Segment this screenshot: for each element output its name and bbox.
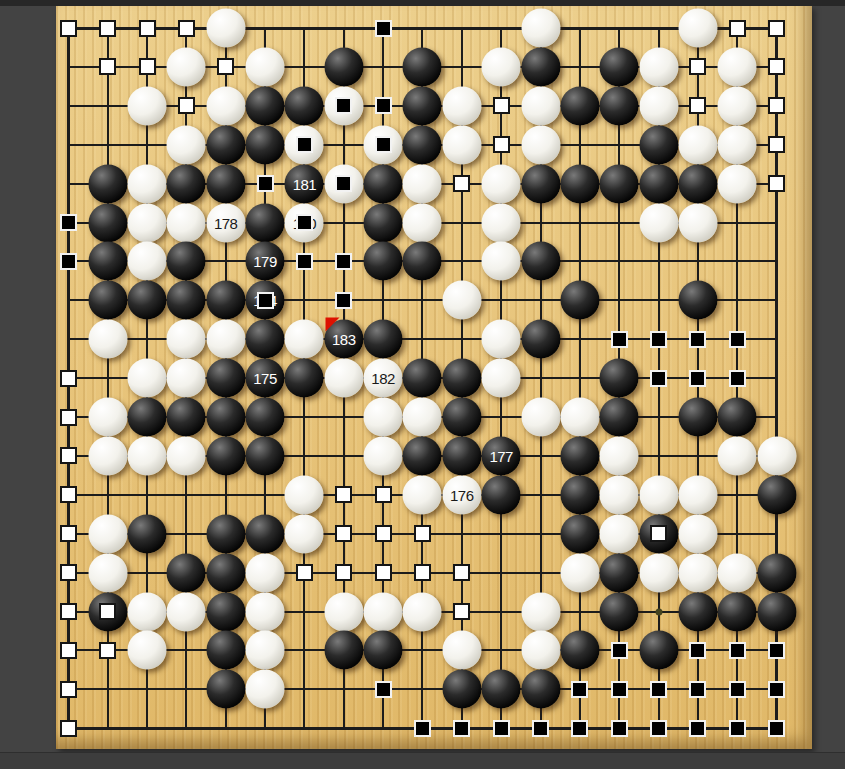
intersection-5-15[interactable] — [246, 592, 285, 631]
intersection-18-12[interactable] — [757, 475, 796, 514]
intersection-16-11[interactable] — [678, 436, 717, 475]
intersection-1-4[interactable] — [88, 164, 127, 203]
intersection-0-10[interactable] — [49, 398, 88, 437]
intersection-12-13[interactable] — [521, 514, 560, 553]
intersection-4-5[interactable]: 178 — [206, 203, 245, 242]
intersection-11-0[interactable] — [482, 9, 521, 48]
intersection-9-14[interactable] — [403, 553, 442, 592]
intersection-12-8[interactable] — [521, 320, 560, 359]
intersection-3-5[interactable] — [167, 203, 206, 242]
intersection-18-3[interactable] — [757, 125, 796, 164]
intersection-9-5[interactable] — [403, 203, 442, 242]
intersection-16-1[interactable] — [678, 47, 717, 86]
intersection-5-7[interactable]: 174 — [246, 281, 285, 320]
intersection-7-4[interactable] — [324, 164, 363, 203]
intersection-7-0[interactable] — [324, 9, 363, 48]
intersection-10-10[interactable] — [442, 398, 481, 437]
intersection-7-14[interactable] — [324, 553, 363, 592]
intersection-2-17[interactable] — [128, 670, 167, 709]
intersection-7-8[interactable]: 183 — [324, 320, 363, 359]
intersection-17-4[interactable] — [718, 164, 757, 203]
intersection-14-4[interactable] — [600, 164, 639, 203]
intersection-4-2[interactable] — [206, 86, 245, 125]
intersection-11-9[interactable] — [482, 359, 521, 398]
intersection-13-15[interactable] — [560, 592, 599, 631]
intersection-13-4[interactable] — [560, 164, 599, 203]
intersection-1-12[interactable] — [88, 475, 127, 514]
intersection-6-18[interactable] — [285, 709, 324, 748]
intersection-4-10[interactable] — [206, 398, 245, 437]
intersection-15-11[interactable] — [639, 436, 678, 475]
intersection-11-4[interactable] — [482, 164, 521, 203]
intersection-16-14[interactable] — [678, 553, 717, 592]
intersection-16-17[interactable] — [678, 670, 717, 709]
intersection-14-13[interactable] — [600, 514, 639, 553]
intersection-14-6[interactable] — [600, 242, 639, 281]
intersection-6-4[interactable]: 181 — [285, 164, 324, 203]
intersection-0-1[interactable] — [49, 47, 88, 86]
intersection-13-6[interactable] — [560, 242, 599, 281]
intersection-16-0[interactable] — [678, 9, 717, 48]
intersection-4-8[interactable] — [206, 320, 245, 359]
intersection-7-12[interactable] — [324, 475, 363, 514]
intersection-0-13[interactable] — [49, 514, 88, 553]
intersection-14-2[interactable] — [600, 86, 639, 125]
intersection-9-17[interactable] — [403, 670, 442, 709]
intersection-0-0[interactable] — [49, 9, 88, 48]
intersection-10-2[interactable] — [442, 86, 481, 125]
intersection-7-15[interactable] — [324, 592, 363, 631]
intersection-3-13[interactable] — [167, 514, 206, 553]
intersection-7-11[interactable] — [324, 436, 363, 475]
intersection-16-15[interactable] — [678, 592, 717, 631]
intersection-11-11[interactable]: 177 — [482, 436, 521, 475]
intersection-2-4[interactable] — [128, 164, 167, 203]
intersection-18-14[interactable] — [757, 553, 796, 592]
intersection-1-11[interactable] — [88, 436, 127, 475]
intersection-5-13[interactable] — [246, 514, 285, 553]
intersection-18-7[interactable] — [757, 281, 796, 320]
intersection-11-2[interactable] — [482, 86, 521, 125]
intersection-9-1[interactable] — [403, 47, 442, 86]
intersection-9-3[interactable] — [403, 125, 442, 164]
intersection-6-10[interactable] — [285, 398, 324, 437]
intersection-12-9[interactable] — [521, 359, 560, 398]
intersection-2-3[interactable] — [128, 125, 167, 164]
intersection-9-7[interactable] — [403, 281, 442, 320]
intersection-18-13[interactable] — [757, 514, 796, 553]
intersection-18-18[interactable] — [757, 709, 796, 748]
intersection-14-7[interactable] — [600, 281, 639, 320]
intersection-10-14[interactable] — [442, 553, 481, 592]
intersection-3-14[interactable] — [167, 553, 206, 592]
intersection-16-10[interactable] — [678, 398, 717, 437]
intersection-1-17[interactable] — [88, 670, 127, 709]
intersection-8-0[interactable] — [364, 9, 403, 48]
intersection-2-16[interactable] — [128, 631, 167, 670]
intersection-10-11[interactable] — [442, 436, 481, 475]
intersection-3-11[interactable] — [167, 436, 206, 475]
intersection-2-1[interactable] — [128, 47, 167, 86]
intersection-5-6[interactable]: 179 — [246, 242, 285, 281]
intersection-3-6[interactable] — [167, 242, 206, 281]
intersection-2-12[interactable] — [128, 475, 167, 514]
intersection-12-0[interactable] — [521, 9, 560, 48]
intersection-3-12[interactable] — [167, 475, 206, 514]
intersection-9-0[interactable] — [403, 9, 442, 48]
intersection-7-3[interactable] — [324, 125, 363, 164]
intersection-16-4[interactable] — [678, 164, 717, 203]
intersection-10-0[interactable] — [442, 9, 481, 48]
intersection-15-12[interactable] — [639, 475, 678, 514]
intersection-12-6[interactable] — [521, 242, 560, 281]
intersection-7-7[interactable] — [324, 281, 363, 320]
intersection-7-10[interactable] — [324, 398, 363, 437]
intersection-0-8[interactable] — [49, 320, 88, 359]
intersection-5-0[interactable] — [246, 9, 285, 48]
intersection-14-5[interactable] — [600, 203, 639, 242]
intersection-17-18[interactable] — [718, 709, 757, 748]
intersection-11-16[interactable] — [482, 631, 521, 670]
intersection-13-14[interactable] — [560, 553, 599, 592]
intersection-2-10[interactable] — [128, 398, 167, 437]
intersection-5-18[interactable] — [246, 709, 285, 748]
intersection-13-0[interactable] — [560, 9, 599, 48]
intersection-15-9[interactable] — [639, 359, 678, 398]
intersection-7-6[interactable] — [324, 242, 363, 281]
intersection-9-4[interactable] — [403, 164, 442, 203]
intersection-3-15[interactable] — [167, 592, 206, 631]
intersection-10-17[interactable] — [442, 670, 481, 709]
intersection-15-8[interactable] — [639, 320, 678, 359]
intersection-8-12[interactable] — [364, 475, 403, 514]
intersection-9-16[interactable] — [403, 631, 442, 670]
intersection-4-15[interactable] — [206, 592, 245, 631]
intersection-12-4[interactable] — [521, 164, 560, 203]
intersection-1-0[interactable] — [88, 9, 127, 48]
intersection-17-9[interactable] — [718, 359, 757, 398]
intersection-13-16[interactable] — [560, 631, 599, 670]
intersection-16-16[interactable] — [678, 631, 717, 670]
intersection-8-1[interactable] — [364, 47, 403, 86]
intersection-14-18[interactable] — [600, 709, 639, 748]
intersection-4-18[interactable] — [206, 709, 245, 748]
intersection-13-13[interactable] — [560, 514, 599, 553]
intersection-4-17[interactable] — [206, 670, 245, 709]
intersection-13-18[interactable] — [560, 709, 599, 748]
intersection-2-14[interactable] — [128, 553, 167, 592]
intersection-10-7[interactable] — [442, 281, 481, 320]
intersection-6-8[interactable] — [285, 320, 324, 359]
intersection-5-16[interactable] — [246, 631, 285, 670]
intersection-8-10[interactable] — [364, 398, 403, 437]
intersection-13-17[interactable] — [560, 670, 599, 709]
intersection-5-11[interactable] — [246, 436, 285, 475]
intersection-2-15[interactable] — [128, 592, 167, 631]
intersection-2-9[interactable] — [128, 359, 167, 398]
intersection-7-13[interactable] — [324, 514, 363, 553]
intersection-6-1[interactable] — [285, 47, 324, 86]
intersection-15-7[interactable] — [639, 281, 678, 320]
intersection-5-12[interactable] — [246, 475, 285, 514]
intersection-17-10[interactable] — [718, 398, 757, 437]
intersection-12-12[interactable] — [521, 475, 560, 514]
intersection-8-4[interactable] — [364, 164, 403, 203]
intersection-16-9[interactable] — [678, 359, 717, 398]
intersection-1-3[interactable] — [88, 125, 127, 164]
intersection-7-2[interactable] — [324, 86, 363, 125]
intersection-4-3[interactable] — [206, 125, 245, 164]
intersection-10-8[interactable] — [442, 320, 481, 359]
intersection-5-9[interactable]: 175 — [246, 359, 285, 398]
intersection-1-13[interactable] — [88, 514, 127, 553]
intersection-6-2[interactable] — [285, 86, 324, 125]
intersection-14-0[interactable] — [600, 9, 639, 48]
intersection-16-18[interactable] — [678, 709, 717, 748]
intersection-1-2[interactable] — [88, 86, 127, 125]
intersection-4-9[interactable] — [206, 359, 245, 398]
intersection-10-15[interactable] — [442, 592, 481, 631]
intersection-0-3[interactable] — [49, 125, 88, 164]
intersection-3-17[interactable] — [167, 670, 206, 709]
intersection-0-6[interactable] — [49, 242, 88, 281]
intersection-8-11[interactable] — [364, 436, 403, 475]
intersection-13-12[interactable] — [560, 475, 599, 514]
intersection-8-6[interactable] — [364, 242, 403, 281]
intersection-13-10[interactable] — [560, 398, 599, 437]
intersection-0-5[interactable] — [49, 203, 88, 242]
intersection-8-14[interactable] — [364, 553, 403, 592]
intersection-15-17[interactable] — [639, 670, 678, 709]
intersection-16-8[interactable] — [678, 320, 717, 359]
intersection-12-16[interactable] — [521, 631, 560, 670]
intersection-10-18[interactable] — [442, 709, 481, 748]
intersection-2-18[interactable] — [128, 709, 167, 748]
intersection-17-3[interactable] — [718, 125, 757, 164]
intersection-2-7[interactable] — [128, 281, 167, 320]
intersection-15-3[interactable] — [639, 125, 678, 164]
intersection-6-16[interactable] — [285, 631, 324, 670]
intersection-3-9[interactable] — [167, 359, 206, 398]
intersection-13-9[interactable] — [560, 359, 599, 398]
intersection-9-2[interactable] — [403, 86, 442, 125]
intersection-17-11[interactable] — [718, 436, 757, 475]
go-board[interactable]: 181178180179174183175182177176 — [56, 5, 812, 749]
intersection-16-6[interactable] — [678, 242, 717, 281]
intersection-6-11[interactable] — [285, 436, 324, 475]
intersection-12-15[interactable] — [521, 592, 560, 631]
intersection-11-15[interactable] — [482, 592, 521, 631]
intersection-7-18[interactable] — [324, 709, 363, 748]
intersection-1-7[interactable] — [88, 281, 127, 320]
intersection-14-1[interactable] — [600, 47, 639, 86]
intersection-5-10[interactable] — [246, 398, 285, 437]
intersection-1-14[interactable] — [88, 553, 127, 592]
intersection-9-8[interactable] — [403, 320, 442, 359]
intersection-9-15[interactable] — [403, 592, 442, 631]
intersection-13-11[interactable] — [560, 436, 599, 475]
intersection-3-8[interactable] — [167, 320, 206, 359]
intersection-17-15[interactable] — [718, 592, 757, 631]
intersection-18-15[interactable] — [757, 592, 796, 631]
intersection-14-16[interactable] — [600, 631, 639, 670]
intersection-15-18[interactable] — [639, 709, 678, 748]
intersection-16-13[interactable] — [678, 514, 717, 553]
intersection-5-1[interactable] — [246, 47, 285, 86]
intersection-2-0[interactable] — [128, 9, 167, 48]
intersection-1-6[interactable] — [88, 242, 127, 281]
intersection-0-4[interactable] — [49, 164, 88, 203]
intersection-3-7[interactable] — [167, 281, 206, 320]
intersection-3-2[interactable] — [167, 86, 206, 125]
intersection-13-3[interactable] — [560, 125, 599, 164]
intersection-8-8[interactable] — [364, 320, 403, 359]
intersection-3-10[interactable] — [167, 398, 206, 437]
intersection-15-0[interactable] — [639, 9, 678, 48]
intersection-14-17[interactable] — [600, 670, 639, 709]
intersection-5-5[interactable] — [246, 203, 285, 242]
intersection-15-10[interactable] — [639, 398, 678, 437]
intersection-10-1[interactable] — [442, 47, 481, 86]
intersection-18-8[interactable] — [757, 320, 796, 359]
intersection-6-6[interactable] — [285, 242, 324, 281]
intersection-11-3[interactable] — [482, 125, 521, 164]
intersection-15-2[interactable] — [639, 86, 678, 125]
intersection-1-5[interactable] — [88, 203, 127, 242]
intersection-3-18[interactable] — [167, 709, 206, 748]
intersection-9-9[interactable] — [403, 359, 442, 398]
intersection-7-1[interactable] — [324, 47, 363, 86]
intersection-7-17[interactable] — [324, 670, 363, 709]
intersection-11-18[interactable] — [482, 709, 521, 748]
intersection-17-17[interactable] — [718, 670, 757, 709]
intersection-7-5[interactable] — [324, 203, 363, 242]
intersection-11-1[interactable] — [482, 47, 521, 86]
intersection-4-14[interactable] — [206, 553, 245, 592]
intersection-16-5[interactable] — [678, 203, 717, 242]
intersection-17-13[interactable] — [718, 514, 757, 553]
intersection-18-5[interactable] — [757, 203, 796, 242]
intersection-14-10[interactable] — [600, 398, 639, 437]
intersection-11-13[interactable] — [482, 514, 521, 553]
intersection-18-1[interactable] — [757, 47, 796, 86]
intersection-1-9[interactable] — [88, 359, 127, 398]
intersection-14-8[interactable] — [600, 320, 639, 359]
intersection-2-2[interactable] — [128, 86, 167, 125]
intersection-4-7[interactable] — [206, 281, 245, 320]
intersection-1-16[interactable] — [88, 631, 127, 670]
intersection-0-9[interactable] — [49, 359, 88, 398]
intersection-12-7[interactable] — [521, 281, 560, 320]
intersection-5-3[interactable] — [246, 125, 285, 164]
intersection-11-8[interactable] — [482, 320, 521, 359]
intersection-9-10[interactable] — [403, 398, 442, 437]
intersection-2-11[interactable] — [128, 436, 167, 475]
intersection-9-11[interactable] — [403, 436, 442, 475]
intersection-16-2[interactable] — [678, 86, 717, 125]
intersection-10-13[interactable] — [442, 514, 481, 553]
intersection-11-5[interactable] — [482, 203, 521, 242]
intersection-1-8[interactable] — [88, 320, 127, 359]
intersection-11-6[interactable] — [482, 242, 521, 281]
intersection-17-6[interactable] — [718, 242, 757, 281]
intersection-15-4[interactable] — [639, 164, 678, 203]
intersection-9-13[interactable] — [403, 514, 442, 553]
intersection-10-6[interactable] — [442, 242, 481, 281]
intersection-3-16[interactable] — [167, 631, 206, 670]
intersection-14-14[interactable] — [600, 553, 639, 592]
intersection-11-7[interactable] — [482, 281, 521, 320]
intersection-17-1[interactable] — [718, 47, 757, 86]
intersection-6-13[interactable] — [285, 514, 324, 553]
intersection-6-14[interactable] — [285, 553, 324, 592]
intersection-4-12[interactable] — [206, 475, 245, 514]
intersection-12-17[interactable] — [521, 670, 560, 709]
intersection-3-3[interactable] — [167, 125, 206, 164]
intersection-18-0[interactable] — [757, 9, 796, 48]
intersection-3-1[interactable] — [167, 47, 206, 86]
intersection-14-15[interactable] — [600, 592, 639, 631]
intersection-11-14[interactable] — [482, 553, 521, 592]
intersection-2-5[interactable] — [128, 203, 167, 242]
intersection-0-16[interactable] — [49, 631, 88, 670]
intersection-4-0[interactable] — [206, 9, 245, 48]
intersection-8-9[interactable]: 182 — [364, 359, 403, 398]
intersection-0-7[interactable] — [49, 281, 88, 320]
intersection-12-10[interactable] — [521, 398, 560, 437]
intersection-12-1[interactable] — [521, 47, 560, 86]
intersection-0-12[interactable] — [49, 475, 88, 514]
intersection-4-11[interactable] — [206, 436, 245, 475]
intersection-5-4[interactable] — [246, 164, 285, 203]
intersection-8-2[interactable] — [364, 86, 403, 125]
intersection-1-15[interactable] — [88, 592, 127, 631]
intersection-18-17[interactable] — [757, 670, 796, 709]
intersection-16-7[interactable] — [678, 281, 717, 320]
intersection-0-2[interactable] — [49, 86, 88, 125]
intersection-6-17[interactable] — [285, 670, 324, 709]
intersection-6-5[interactable]: 180 — [285, 203, 324, 242]
intersection-0-17[interactable] — [49, 670, 88, 709]
intersection-17-5[interactable] — [718, 203, 757, 242]
intersection-8-16[interactable] — [364, 631, 403, 670]
intersection-4-6[interactable] — [206, 242, 245, 281]
intersection-12-11[interactable] — [521, 436, 560, 475]
intersection-14-9[interactable] — [600, 359, 639, 398]
intersection-12-18[interactable] — [521, 709, 560, 748]
intersection-10-4[interactable] — [442, 164, 481, 203]
intersection-17-0[interactable] — [718, 9, 757, 48]
intersection-8-17[interactable] — [364, 670, 403, 709]
intersection-2-8[interactable] — [128, 320, 167, 359]
intersection-5-14[interactable] — [246, 553, 285, 592]
intersection-6-9[interactable] — [285, 359, 324, 398]
intersection-6-0[interactable] — [285, 9, 324, 48]
intersection-4-1[interactable] — [206, 47, 245, 86]
intersection-18-11[interactable] — [757, 436, 796, 475]
intersection-18-16[interactable] — [757, 631, 796, 670]
intersection-10-3[interactable] — [442, 125, 481, 164]
intersection-10-9[interactable] — [442, 359, 481, 398]
intersection-0-15[interactable] — [49, 592, 88, 631]
intersection-15-6[interactable] — [639, 242, 678, 281]
intersection-15-1[interactable] — [639, 47, 678, 86]
intersection-14-3[interactable] — [600, 125, 639, 164]
intersection-0-18[interactable] — [49, 709, 88, 748]
intersection-18-4[interactable] — [757, 164, 796, 203]
intersection-5-2[interactable] — [246, 86, 285, 125]
intersection-7-9[interactable] — [324, 359, 363, 398]
